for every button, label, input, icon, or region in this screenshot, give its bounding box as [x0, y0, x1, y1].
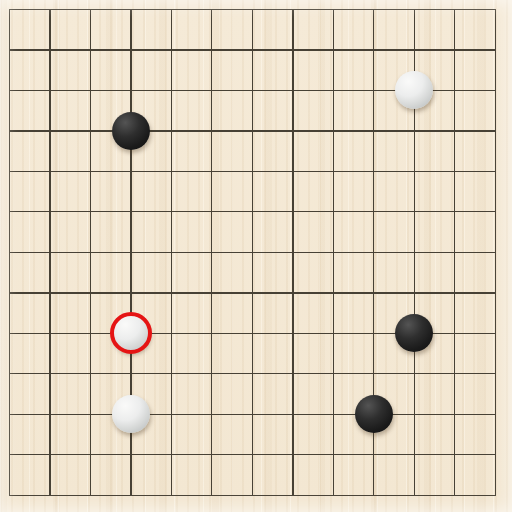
- board-cell[interactable]: [475, 151, 512, 192]
- board-cell[interactable]: [475, 394, 512, 435]
- board-cell[interactable]: [232, 475, 273, 512]
- board-cell[interactable]: [475, 434, 512, 475]
- board-cell[interactable]: [394, 272, 435, 313]
- board-cell[interactable]: [110, 0, 151, 29]
- board-cell[interactable]: [434, 110, 475, 151]
- board-cell[interactable]: [434, 191, 475, 232]
- board-cell[interactable]: [110, 70, 151, 111]
- board-cell[interactable]: [313, 313, 354, 354]
- board-cell[interactable]: [434, 475, 475, 512]
- board-cell[interactable]: [313, 0, 354, 29]
- board-cell[interactable]: [313, 394, 354, 435]
- board-cell[interactable]: [0, 232, 29, 273]
- board-cell[interactable]: [110, 272, 151, 313]
- board-cell[interactable]: [191, 70, 232, 111]
- board-cell[interactable]: [70, 394, 111, 435]
- board-cell[interactable]: [70, 151, 111, 192]
- board-cell[interactable]: [272, 434, 313, 475]
- board-cell[interactable]: [151, 353, 192, 394]
- board-cell[interactable]: [0, 272, 29, 313]
- board-cell[interactable]: [29, 272, 70, 313]
- board-cell[interactable]: [29, 475, 70, 512]
- board-cell[interactable]: [191, 394, 232, 435]
- board-cell[interactable]: [110, 475, 151, 512]
- board-cell[interactable]: [191, 151, 232, 192]
- board-cell[interactable]: [0, 29, 29, 70]
- board-cell[interactable]: [70, 353, 111, 394]
- board-cell[interactable]: [272, 272, 313, 313]
- board-cell[interactable]: [151, 434, 192, 475]
- board-cell[interactable]: [272, 313, 313, 354]
- board-cell[interactable]: [353, 191, 394, 232]
- board-cell[interactable]: [0, 110, 29, 151]
- board-cell[interactable]: [29, 232, 70, 273]
- board-cell[interactable]: [151, 70, 192, 111]
- board-cell[interactable]: [434, 434, 475, 475]
- board-cell[interactable]: [434, 353, 475, 394]
- board-cell[interactable]: [191, 191, 232, 232]
- board-cell[interactable]: [353, 29, 394, 70]
- board-cell[interactable]: [151, 232, 192, 273]
- board-cell[interactable]: [394, 110, 435, 151]
- board-cell[interactable]: [232, 29, 273, 70]
- board-cell[interactable]: [434, 394, 475, 435]
- board-cell[interactable]: [313, 272, 354, 313]
- board-cell[interactable]: [191, 313, 232, 354]
- board-cell[interactable]: [272, 29, 313, 70]
- go-board: [0, 0, 512, 512]
- board-cell[interactable]: [434, 232, 475, 273]
- board-cell[interactable]: [272, 232, 313, 273]
- board-cell[interactable]: [70, 272, 111, 313]
- white-stone: [112, 395, 150, 433]
- board-cell[interactable]: [394, 232, 435, 273]
- board-cell[interactable]: [232, 110, 273, 151]
- board-cell[interactable]: [191, 475, 232, 512]
- board-cell[interactable]: [475, 232, 512, 273]
- board-cell[interactable]: [110, 110, 151, 151]
- board-cell[interactable]: [70, 191, 111, 232]
- board-cell[interactable]: [394, 313, 435, 354]
- board-cell[interactable]: [394, 353, 435, 394]
- board-cell[interactable]: [232, 434, 273, 475]
- board-cell[interactable]: [151, 110, 192, 151]
- board-cell[interactable]: [151, 394, 192, 435]
- board-cell[interactable]: [70, 475, 111, 512]
- board-cell[interactable]: [110, 313, 151, 354]
- board-cell[interactable]: [110, 29, 151, 70]
- board-cell[interactable]: [110, 151, 151, 192]
- board-cell[interactable]: [313, 475, 354, 512]
- board-cell[interactable]: [151, 29, 192, 70]
- board-cell[interactable]: [232, 394, 273, 435]
- board-cell[interactable]: [313, 110, 354, 151]
- board-cell[interactable]: [232, 232, 273, 273]
- board-cell[interactable]: [0, 313, 29, 354]
- board-cell[interactable]: [475, 191, 512, 232]
- board-cell[interactable]: [313, 191, 354, 232]
- board-cell[interactable]: [475, 272, 512, 313]
- board-cell[interactable]: [151, 475, 192, 512]
- board-cell[interactable]: [353, 434, 394, 475]
- board-cell[interactable]: [29, 29, 70, 70]
- board-cell[interactable]: [70, 0, 111, 29]
- white-stone: [112, 314, 150, 352]
- board-cell[interactable]: [29, 434, 70, 475]
- board-cell[interactable]: [313, 151, 354, 192]
- board-cell[interactable]: [272, 110, 313, 151]
- board-cell[interactable]: [191, 353, 232, 394]
- board-cell[interactable]: [70, 313, 111, 354]
- board-cell[interactable]: [475, 475, 512, 512]
- board-cell[interactable]: [110, 191, 151, 232]
- board-cell[interactable]: [29, 110, 70, 151]
- board-cell[interactable]: [353, 0, 394, 29]
- go-game-screenshot: [0, 0, 512, 512]
- board-cell[interactable]: [0, 394, 29, 435]
- board-cell[interactable]: [191, 110, 232, 151]
- board-cell[interactable]: [272, 191, 313, 232]
- board-cell[interactable]: [151, 151, 192, 192]
- board-cell[interactable]: [434, 313, 475, 354]
- board-cell[interactable]: [0, 191, 29, 232]
- board-cell[interactable]: [394, 434, 435, 475]
- black-stone: [395, 314, 433, 352]
- board-cell[interactable]: [232, 313, 273, 354]
- board-cell[interactable]: [29, 353, 70, 394]
- board-cell[interactable]: [475, 353, 512, 394]
- board-cell[interactable]: [191, 232, 232, 273]
- board-cell[interactable]: [394, 29, 435, 70]
- board-cell[interactable]: [353, 151, 394, 192]
- board-cell[interactable]: [110, 232, 151, 273]
- board-cell[interactable]: [434, 70, 475, 111]
- board-cell[interactable]: [232, 191, 273, 232]
- board-cell[interactable]: [353, 313, 394, 354]
- board-cell[interactable]: [151, 313, 192, 354]
- board-cell[interactable]: [70, 232, 111, 273]
- board-cell[interactable]: [29, 191, 70, 232]
- board-cell[interactable]: [272, 394, 313, 435]
- board-cell[interactable]: [475, 70, 512, 111]
- board-cell[interactable]: [313, 434, 354, 475]
- board-cell[interactable]: [110, 434, 151, 475]
- board-cell[interactable]: [29, 313, 70, 354]
- board-cell[interactable]: [272, 0, 313, 29]
- board-cell[interactable]: [29, 70, 70, 111]
- board-cell[interactable]: [29, 394, 70, 435]
- board-cell[interactable]: [313, 353, 354, 394]
- board-cell[interactable]: [313, 29, 354, 70]
- board-cell[interactable]: [191, 0, 232, 29]
- white-stone: [395, 71, 433, 109]
- board-cell[interactable]: [394, 70, 435, 111]
- board-cell[interactable]: [0, 70, 29, 111]
- board-cell[interactable]: [394, 191, 435, 232]
- board-cell[interactable]: [353, 110, 394, 151]
- board-cell[interactable]: [475, 29, 512, 70]
- board-cell[interactable]: [434, 0, 475, 29]
- board-cell[interactable]: [434, 151, 475, 192]
- board-cell[interactable]: [29, 151, 70, 192]
- board-cell[interactable]: [394, 394, 435, 435]
- board-cell[interactable]: [232, 0, 273, 29]
- board-cell[interactable]: [353, 353, 394, 394]
- board-cell[interactable]: [434, 272, 475, 313]
- board-cell[interactable]: [434, 29, 475, 70]
- board-cell[interactable]: [70, 70, 111, 111]
- board-cell[interactable]: [353, 70, 394, 111]
- board-cell[interactable]: [313, 70, 354, 111]
- board-cell[interactable]: [0, 434, 29, 475]
- board-intersections: [0, 0, 512, 512]
- board-cell[interactable]: [0, 151, 29, 192]
- board-cell[interactable]: [272, 70, 313, 111]
- board-cell[interactable]: [272, 151, 313, 192]
- board-cell[interactable]: [272, 353, 313, 394]
- board-cell[interactable]: [394, 151, 435, 192]
- board-cell[interactable]: [0, 475, 29, 512]
- board-cell[interactable]: [353, 232, 394, 273]
- board-cell[interactable]: [70, 434, 111, 475]
- board-cell[interactable]: [353, 394, 394, 435]
- board-cell[interactable]: [232, 353, 273, 394]
- board-cell[interactable]: [475, 0, 512, 29]
- board-cell[interactable]: [110, 394, 151, 435]
- board-cell[interactable]: [232, 151, 273, 192]
- board-cell[interactable]: [70, 110, 111, 151]
- board-cell[interactable]: [232, 272, 273, 313]
- board-cell[interactable]: [394, 0, 435, 29]
- board-cell[interactable]: [313, 232, 354, 273]
- board-cell[interactable]: [475, 313, 512, 354]
- board-cell[interactable]: [191, 434, 232, 475]
- board-cell[interactable]: [272, 475, 313, 512]
- board-cell[interactable]: [191, 272, 232, 313]
- board-cell[interactable]: [353, 475, 394, 512]
- board-cell[interactable]: [0, 353, 29, 394]
- board-cell[interactable]: [151, 272, 192, 313]
- board-cell[interactable]: [353, 272, 394, 313]
- black-stone: [112, 112, 150, 150]
- black-stone: [355, 395, 393, 433]
- board-cell[interactable]: [475, 110, 512, 151]
- board-cell[interactable]: [191, 29, 232, 70]
- board-cell[interactable]: [232, 70, 273, 111]
- board-cell[interactable]: [110, 353, 151, 394]
- board-cell[interactable]: [151, 0, 192, 29]
- board-cell[interactable]: [0, 0, 29, 29]
- board-cell[interactable]: [29, 0, 70, 29]
- board-cell[interactable]: [70, 29, 111, 70]
- board-cell[interactable]: [151, 191, 192, 232]
- board-cell[interactable]: [394, 475, 435, 512]
